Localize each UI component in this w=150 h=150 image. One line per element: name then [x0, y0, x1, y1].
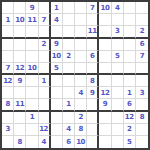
cell-r9c8[interactable] [87, 99, 99, 111]
cell-r1c4[interactable] [39, 2, 51, 14]
cell-r10c2[interactable] [14, 112, 26, 124]
cell-r2c4[interactable]: 7 [39, 14, 51, 26]
cell-r8c8[interactable]: 9 [87, 87, 99, 99]
cell-r3c2[interactable] [14, 26, 26, 38]
cell-r12c2[interactable]: 8 [14, 136, 26, 148]
cell-r5c9[interactable] [99, 51, 111, 63]
cell-r9c4[interactable] [39, 99, 51, 111]
cell-r10c1[interactable] [2, 112, 14, 124]
cell-r5c2[interactable] [14, 51, 26, 63]
cell-r3c12[interactable]: 2 [136, 26, 148, 38]
cell-r7c8[interactable]: 8 [87, 75, 99, 87]
cell-r6c6[interactable] [63, 63, 75, 75]
cell-r2c2[interactable]: 10 [14, 14, 26, 26]
cell-r1c1[interactable] [2, 2, 14, 14]
cell-r5c5[interactable]: 10 [51, 51, 63, 63]
sudoku-board: 9171041101174113229610265771210512918491… [0, 0, 150, 150]
cell-r6c5[interactable]: 5 [51, 63, 63, 75]
cell-r1c3[interactable]: 9 [26, 2, 38, 14]
cell-r11c11[interactable]: 2 [124, 124, 136, 136]
cell-r4c8[interactable] [87, 39, 99, 51]
cell-r1c12[interactable] [136, 2, 148, 14]
cell-r6c9[interactable] [99, 63, 111, 75]
cell-r6c8[interactable] [87, 63, 99, 75]
cell-r5c10[interactable]: 5 [112, 51, 124, 63]
cell-r4c7[interactable] [75, 39, 87, 51]
cell-r2c6[interactable] [63, 14, 75, 26]
cell-r8c6[interactable] [63, 87, 75, 99]
cell-r1c7[interactable] [75, 2, 87, 14]
cell-r1c11[interactable] [124, 2, 136, 14]
cell-r6c4[interactable] [39, 63, 51, 75]
cell-r9c3[interactable] [26, 99, 38, 111]
cell-r7c12[interactable] [136, 75, 148, 87]
cell-r10c6[interactable] [63, 112, 75, 124]
cell-r8c12[interactable]: 3 [136, 87, 148, 99]
cell-r2c5[interactable]: 4 [51, 14, 63, 26]
cell-r10c12[interactable]: 8 [136, 112, 148, 124]
cell-r11c2[interactable] [14, 124, 26, 136]
cell-r1c9[interactable]: 10 [99, 2, 111, 14]
cell-r7c4[interactable]: 1 [39, 75, 51, 87]
cell-r3c7[interactable] [75, 26, 87, 38]
cell-r12c6[interactable]: 6 [63, 136, 75, 148]
cell-r5c12[interactable]: 7 [136, 51, 148, 63]
cell-r8c2[interactable] [14, 87, 26, 99]
cell-r12c3[interactable] [26, 136, 38, 148]
cell-r10c10[interactable] [112, 112, 124, 124]
cell-r10c7[interactable]: 2 [75, 112, 87, 124]
cell-r4c1[interactable] [2, 39, 14, 51]
cell-r10c9[interactable] [99, 112, 111, 124]
cell-r3c1[interactable] [2, 26, 14, 38]
cell-r6c7[interactable] [75, 63, 87, 75]
cell-r12c4[interactable]: 4 [39, 136, 51, 148]
cell-r7c6[interactable] [63, 75, 75, 87]
cell-r2c9[interactable] [99, 14, 111, 26]
cell-r11c6[interactable]: 4 [63, 124, 75, 136]
cell-r11c4[interactable]: 12 [39, 124, 51, 136]
cell-r4c3[interactable] [26, 39, 38, 51]
cell-r11c9[interactable] [99, 124, 111, 136]
cell-r3c11[interactable] [124, 26, 136, 38]
cell-r4c6[interactable] [63, 39, 75, 51]
cell-r3c4[interactable] [39, 26, 51, 38]
cell-r7c10[interactable] [112, 75, 124, 87]
cell-r7c5[interactable] [51, 75, 63, 87]
cell-r3c9[interactable] [99, 26, 111, 38]
cell-r3c10[interactable]: 3 [112, 26, 124, 38]
cell-r10c11[interactable]: 12 [124, 112, 136, 124]
cell-r1c5[interactable]: 1 [51, 2, 63, 14]
cell-r1c6[interactable] [63, 2, 75, 14]
cell-r8c1[interactable] [2, 87, 14, 99]
cell-r8c7[interactable]: 4 [75, 87, 87, 99]
cell-r2c1[interactable]: 1 [2, 14, 14, 26]
cell-r1c8[interactable]: 7 [87, 2, 99, 14]
cell-r10c3[interactable]: 1 [26, 112, 38, 124]
cell-r2c3[interactable]: 11 [26, 14, 38, 26]
cell-r6c11[interactable] [124, 63, 136, 75]
cell-r4c4[interactable]: 2 [39, 39, 51, 51]
cell-r9c5[interactable] [51, 99, 63, 111]
cell-r3c3[interactable] [26, 26, 38, 38]
cell-r8c11[interactable]: 1 [124, 87, 136, 99]
cell-r2c8[interactable] [87, 14, 99, 26]
cell-r12c12[interactable] [136, 136, 148, 148]
cell-r5c7[interactable] [75, 51, 87, 63]
cell-r4c11[interactable] [124, 39, 136, 51]
cell-r2c7[interactable] [75, 14, 87, 26]
cell-r6c1[interactable]: 7 [2, 63, 14, 75]
cell-r10c5[interactable] [51, 112, 63, 124]
cell-r5c8[interactable]: 6 [87, 51, 99, 63]
cell-r7c11[interactable] [124, 75, 136, 87]
cell-r8c5[interactable] [51, 87, 63, 99]
cell-r9c12[interactable] [136, 99, 148, 111]
cell-r11c8[interactable] [87, 124, 99, 136]
cell-r10c8[interactable] [87, 112, 99, 124]
cell-r11c3[interactable] [26, 124, 38, 136]
cell-r5c6[interactable]: 2 [63, 51, 75, 63]
cell-r3c8[interactable]: 11 [87, 26, 99, 38]
cell-r2c12[interactable] [136, 14, 148, 26]
cell-r12c10[interactable] [112, 136, 124, 148]
cell-r4c5[interactable]: 9 [51, 39, 63, 51]
cell-r8c4[interactable] [39, 87, 51, 99]
cell-r4c10[interactable] [112, 39, 124, 51]
cell-r5c11[interactable] [124, 51, 136, 63]
cell-r7c3[interactable] [26, 75, 38, 87]
cell-r5c1[interactable] [2, 51, 14, 63]
cell-r6c10[interactable] [112, 63, 124, 75]
cell-r9c11[interactable]: 6 [124, 99, 136, 111]
cell-r8c3[interactable] [26, 87, 38, 99]
cell-r3c5[interactable] [51, 26, 63, 38]
cell-r12c9[interactable] [99, 136, 111, 148]
cell-r9c2[interactable]: 11 [14, 99, 26, 111]
cell-r4c12[interactable]: 6 [136, 39, 148, 51]
cell-r7c1[interactable]: 12 [2, 75, 14, 87]
cell-r9c7[interactable] [75, 99, 87, 111]
cell-r9c1[interactable]: 8 [2, 99, 14, 111]
cell-r8c9[interactable]: 12 [99, 87, 111, 99]
cell-r4c9[interactable] [99, 39, 111, 51]
cell-r11c5[interactable] [51, 124, 63, 136]
cell-r1c2[interactable] [14, 2, 26, 14]
cell-r9c10[interactable] [112, 99, 124, 111]
cell-r8c10[interactable] [112, 87, 124, 99]
cell-r6c12[interactable] [136, 63, 148, 75]
cell-r6c3[interactable]: 10 [26, 63, 38, 75]
cell-r7c9[interactable] [99, 75, 111, 87]
cell-r1c10[interactable]: 4 [112, 2, 124, 14]
cell-r11c12[interactable] [136, 124, 148, 136]
cell-r12c11[interactable]: 5 [124, 136, 136, 148]
cell-r4c2[interactable] [14, 39, 26, 51]
cell-r12c8[interactable] [87, 136, 99, 148]
cell-r11c10[interactable] [112, 124, 124, 136]
cell-r7c2[interactable]: 9 [14, 75, 26, 87]
cell-r5c3[interactable] [26, 51, 38, 63]
cell-r12c7[interactable]: 10 [75, 136, 87, 148]
cell-r6c2[interactable]: 12 [14, 63, 26, 75]
cell-r2c11[interactable] [124, 14, 136, 26]
cell-r12c5[interactable] [51, 136, 63, 148]
cell-r9c9[interactable]: 9 [99, 99, 111, 111]
cell-r10c4[interactable] [39, 112, 51, 124]
cell-r5c4[interactable] [39, 51, 51, 63]
cell-r7c7[interactable] [75, 75, 87, 87]
cell-r12c1[interactable] [2, 136, 14, 148]
cell-r11c7[interactable]: 8 [75, 124, 87, 136]
cell-r11c1[interactable]: 3 [2, 124, 14, 136]
cell-r2c10[interactable] [112, 14, 124, 26]
cell-r3c6[interactable] [63, 26, 75, 38]
cell-r9c6[interactable]: 1 [63, 99, 75, 111]
